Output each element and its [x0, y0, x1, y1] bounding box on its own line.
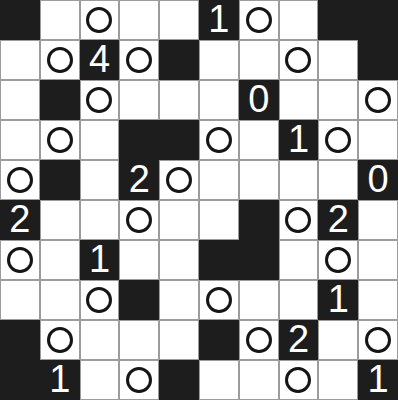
cell-r8c10-empty[interactable]: [358, 280, 398, 320]
cell-r8c4-wall: [119, 280, 159, 320]
bulb-circle-icon: [166, 167, 192, 193]
cell-r4c5-wall: [159, 120, 199, 160]
bulb-circle-icon: [47, 327, 73, 353]
cell-r5c4-clue: 2: [119, 160, 159, 200]
cell-r4c8-clue: 1: [279, 120, 319, 160]
bulb-circle-icon: [126, 367, 152, 393]
bulb-circle-icon: [86, 7, 112, 33]
cell-r6c1-clue: 2: [0, 200, 40, 240]
clue-number: 2: [129, 160, 150, 198]
cell-r5c3-empty[interactable]: [80, 160, 120, 200]
cell-r5c7-empty[interactable]: [239, 160, 279, 200]
cell-r8c8-empty[interactable]: [279, 280, 319, 320]
clue-number: 0: [368, 160, 389, 198]
cell-r9c5-empty[interactable]: [159, 320, 199, 360]
cell-r6c6-empty[interactable]: [199, 200, 239, 240]
bulb-circle-icon: [7, 167, 33, 193]
clue-number: 1: [49, 360, 70, 398]
cell-r8c7-empty[interactable]: [239, 280, 279, 320]
cell-r5c5-bulb[interactable]: [159, 160, 199, 200]
cell-r2c8-bulb[interactable]: [279, 40, 319, 80]
cell-r10c3-empty[interactable]: [80, 360, 120, 400]
cell-r10c2-clue: 1: [40, 360, 80, 400]
bulb-circle-icon: [206, 127, 232, 153]
cell-r9c10-bulb[interactable]: [358, 320, 398, 360]
cell-r3c6-empty[interactable]: [199, 80, 239, 120]
clue-number: 0: [248, 80, 269, 118]
akari-board: 1401202211211: [0, 0, 398, 400]
bulb-circle-icon: [285, 207, 311, 233]
clue-number: 2: [288, 320, 309, 358]
cell-r6c9-clue: 2: [318, 200, 358, 240]
cell-r2c10-wall: [358, 40, 398, 80]
cell-r7c4-empty[interactable]: [119, 240, 159, 280]
cell-r6c7-wall: [239, 200, 279, 240]
cell-r4c6-bulb[interactable]: [199, 120, 239, 160]
cell-r2c6-empty[interactable]: [199, 40, 239, 80]
cell-r5c6-empty[interactable]: [199, 160, 239, 200]
cell-r9c4-empty[interactable]: [119, 320, 159, 360]
cell-r3c2-wall: [40, 80, 80, 120]
cell-r8c1-empty[interactable]: [0, 280, 40, 320]
cell-r3c7-clue: 0: [239, 80, 279, 120]
cell-r6c5-empty[interactable]: [159, 200, 199, 240]
cell-r2c5-wall: [159, 40, 199, 80]
cell-r2c7-empty[interactable]: [239, 40, 279, 80]
bulb-circle-icon: [206, 287, 232, 313]
cell-r5c2-wall: [40, 160, 80, 200]
bulb-circle-icon: [325, 127, 351, 153]
bulb-circle-icon: [126, 207, 152, 233]
cell-r1c6-clue: 1: [199, 0, 239, 40]
cell-r8c5-empty[interactable]: [159, 280, 199, 320]
cell-r3c10-bulb[interactable]: [358, 80, 398, 120]
cell-r3c3-bulb[interactable]: [80, 80, 120, 120]
cell-r2c4-bulb[interactable]: [119, 40, 159, 80]
cell-r7c9-bulb[interactable]: [318, 240, 358, 280]
cell-r4c9-bulb[interactable]: [318, 120, 358, 160]
cell-r5c8-empty[interactable]: [279, 160, 319, 200]
cell-r4c10-empty[interactable]: [358, 120, 398, 160]
cell-r3c1-empty[interactable]: [0, 80, 40, 120]
bulb-circle-icon: [285, 47, 311, 73]
clue-number: 2: [9, 200, 30, 238]
clue-number: 1: [208, 0, 229, 38]
cell-r7c3-clue: 1: [80, 240, 120, 280]
bulb-circle-icon: [365, 87, 391, 113]
cell-r7c2-empty[interactable]: [40, 240, 80, 280]
cell-r9c1-wall: [0, 320, 40, 360]
cell-r10c6-empty[interactable]: [199, 360, 239, 400]
cell-r1c10-wall: [358, 0, 398, 40]
cell-r3c5-empty[interactable]: [159, 80, 199, 120]
clue-number: 1: [89, 240, 110, 278]
cell-r2c9-empty[interactable]: [318, 40, 358, 80]
clue-number: 1: [288, 120, 309, 158]
bulb-circle-icon: [7, 247, 33, 273]
cell-r7c8-empty[interactable]: [279, 240, 319, 280]
cell-r5c9-empty[interactable]: [318, 160, 358, 200]
clue-number: 1: [368, 360, 389, 398]
cell-r9c9-empty[interactable]: [318, 320, 358, 360]
cell-r3c4-empty[interactable]: [119, 80, 159, 120]
cell-r9c2-bulb[interactable]: [40, 320, 80, 360]
cell-r6c10-empty[interactable]: [358, 200, 398, 240]
bulb-circle-icon: [246, 327, 272, 353]
bulb-circle-icon: [126, 47, 152, 73]
bulb-circle-icon: [86, 87, 112, 113]
cell-r1c9-wall: [318, 0, 358, 40]
cell-r6c2-empty[interactable]: [40, 200, 80, 240]
cell-r8c9-clue: 1: [318, 280, 358, 320]
cell-r6c3-empty[interactable]: [80, 200, 120, 240]
cell-r8c3-bulb[interactable]: [80, 280, 120, 320]
cell-r6c4-bulb[interactable]: [119, 200, 159, 240]
bulb-circle-icon: [246, 7, 272, 33]
cell-r4c3-empty[interactable]: [80, 120, 120, 160]
cell-r7c1-bulb[interactable]: [0, 240, 40, 280]
cell-r2c3-clue: 4: [80, 40, 120, 80]
cell-r10c5-wall: [159, 360, 199, 400]
cell-r1c8-empty[interactable]: [279, 0, 319, 40]
cell-r9c6-wall: [199, 320, 239, 360]
cell-r10c8-bulb[interactable]: [279, 360, 319, 400]
cell-r6c8-bulb[interactable]: [279, 200, 319, 240]
cell-r7c7-wall: [239, 240, 279, 280]
cell-r1c5-empty[interactable]: [159, 0, 199, 40]
cell-r4c7-empty[interactable]: [239, 120, 279, 160]
cell-r7c10-empty[interactable]: [358, 240, 398, 280]
cell-r10c10-clue: 1: [358, 360, 398, 400]
bulb-circle-icon: [47, 127, 73, 153]
cell-r1c3-bulb[interactable]: [80, 0, 120, 40]
cell-r1c4-empty[interactable]: [119, 0, 159, 40]
cell-r10c4-bulb[interactable]: [119, 360, 159, 400]
cell-r8c2-empty[interactable]: [40, 280, 80, 320]
cell-r1c7-bulb[interactable]: [239, 0, 279, 40]
bulb-circle-icon: [285, 367, 311, 393]
cell-r10c7-empty[interactable]: [239, 360, 279, 400]
cell-r4c1-empty[interactable]: [0, 120, 40, 160]
cell-r10c1-wall: [0, 360, 40, 400]
bulb-circle-icon: [325, 247, 351, 273]
cell-r4c4-wall: [119, 120, 159, 160]
clue-number: 4: [89, 40, 110, 78]
bulb-circle-icon: [365, 327, 391, 353]
cell-r2c2-bulb[interactable]: [40, 40, 80, 80]
cell-r9c8-clue: 2: [279, 320, 319, 360]
bulb-circle-icon: [47, 47, 73, 73]
cell-r4c2-bulb[interactable]: [40, 120, 80, 160]
cell-r5c10-clue: 0: [358, 160, 398, 200]
cell-r9c7-bulb[interactable]: [239, 320, 279, 360]
cell-r5c1-bulb[interactable]: [0, 160, 40, 200]
cell-r1c1-wall: [0, 0, 40, 40]
cell-r8c6-bulb[interactable]: [199, 280, 239, 320]
cell-r10c9-empty[interactable]: [318, 360, 358, 400]
clue-number: 2: [328, 200, 349, 238]
cell-r9c3-empty[interactable]: [80, 320, 120, 360]
cell-r7c6-wall: [199, 240, 239, 280]
bulb-circle-icon: [86, 287, 112, 313]
cell-r1c2-empty[interactable]: [40, 0, 80, 40]
cell-r2c1-empty[interactable]: [0, 40, 40, 80]
cell-r3c9-empty[interactable]: [318, 80, 358, 120]
cell-r3c8-empty[interactable]: [279, 80, 319, 120]
cell-r7c5-empty[interactable]: [159, 240, 199, 280]
clue-number: 1: [328, 280, 349, 318]
